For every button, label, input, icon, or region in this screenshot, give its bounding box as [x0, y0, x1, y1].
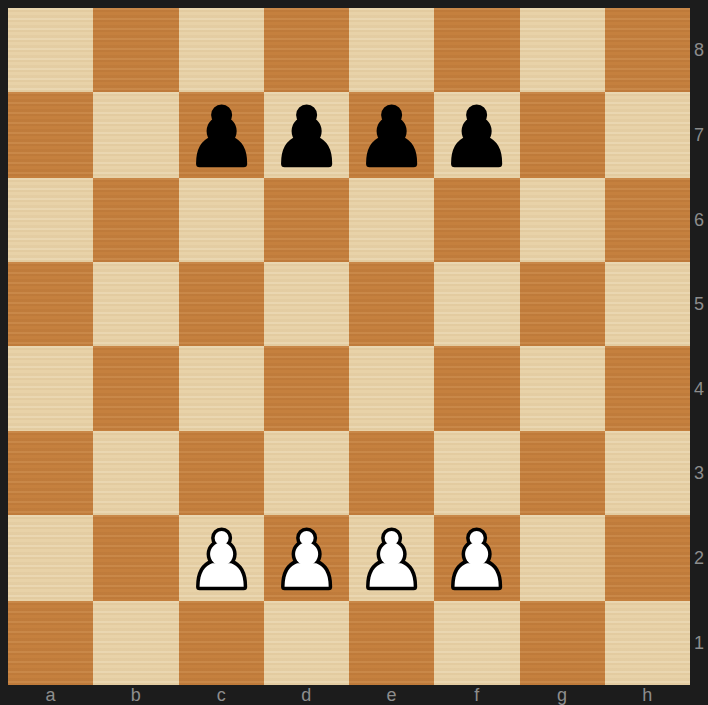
square-h1[interactable]: [605, 601, 690, 685]
square-a1[interactable]: [8, 601, 93, 685]
square-b7[interactable]: [93, 92, 178, 177]
square-h4[interactable]: [605, 346, 690, 430]
square-b2[interactable]: [93, 515, 178, 600]
file-label-a: a: [8, 685, 93, 705]
square-a3[interactable]: [8, 431, 93, 515]
square-h5[interactable]: [605, 262, 690, 346]
black-pawn[interactable]: [434, 92, 519, 177]
square-f2[interactable]: [434, 515, 519, 600]
square-e6[interactable]: [349, 178, 434, 262]
square-e7[interactable]: [349, 92, 434, 177]
square-e2[interactable]: [349, 515, 434, 600]
square-c5[interactable]: [179, 262, 264, 346]
chessboard: [8, 8, 690, 685]
square-d4[interactable]: [264, 346, 349, 430]
square-g1[interactable]: [520, 601, 605, 685]
square-e8[interactable]: [349, 8, 434, 92]
rank-label-1: 1: [690, 600, 708, 685]
file-coordinates: abcdefgh: [8, 685, 690, 705]
white-pawn[interactable]: [349, 515, 434, 600]
page-background: 87654321 abcdefgh: [0, 0, 708, 705]
square-h7[interactable]: [605, 92, 690, 177]
rank-label-7: 7: [690, 93, 708, 178]
square-g3[interactable]: [520, 431, 605, 515]
square-b4[interactable]: [93, 346, 178, 430]
square-g5[interactable]: [520, 262, 605, 346]
file-label-d: d: [264, 685, 349, 705]
square-a5[interactable]: [8, 262, 93, 346]
square-h3[interactable]: [605, 431, 690, 515]
square-g4[interactable]: [520, 346, 605, 430]
square-g2[interactable]: [520, 515, 605, 600]
square-e4[interactable]: [349, 346, 434, 430]
square-b8[interactable]: [93, 8, 178, 92]
black-pawn[interactable]: [179, 92, 264, 177]
square-h6[interactable]: [605, 178, 690, 262]
square-c4[interactable]: [179, 346, 264, 430]
file-label-h: h: [605, 685, 690, 705]
white-pawn[interactable]: [434, 515, 519, 600]
square-h2[interactable]: [605, 515, 690, 600]
black-pawn[interactable]: [264, 92, 349, 177]
square-d3[interactable]: [264, 431, 349, 515]
rank-label-6: 6: [690, 177, 708, 262]
square-d7[interactable]: [264, 92, 349, 177]
square-f4[interactable]: [434, 346, 519, 430]
file-label-c: c: [179, 685, 264, 705]
square-f6[interactable]: [434, 178, 519, 262]
rank-label-2: 2: [690, 516, 708, 601]
square-g6[interactable]: [520, 178, 605, 262]
rank-coordinates: 87654321: [690, 8, 708, 685]
square-f5[interactable]: [434, 262, 519, 346]
file-label-b: b: [93, 685, 178, 705]
file-label-e: e: [349, 685, 434, 705]
square-e1[interactable]: [349, 601, 434, 685]
square-c8[interactable]: [179, 8, 264, 92]
square-a7[interactable]: [8, 92, 93, 177]
square-e3[interactable]: [349, 431, 434, 515]
square-g7[interactable]: [520, 92, 605, 177]
square-f7[interactable]: [434, 92, 519, 177]
square-d1[interactable]: [264, 601, 349, 685]
square-h8[interactable]: [605, 8, 690, 92]
rank-label-3: 3: [690, 431, 708, 516]
square-g8[interactable]: [520, 8, 605, 92]
white-pawn[interactable]: [264, 515, 349, 600]
square-b1[interactable]: [93, 601, 178, 685]
square-c3[interactable]: [179, 431, 264, 515]
square-e5[interactable]: [349, 262, 434, 346]
square-d6[interactable]: [264, 178, 349, 262]
rank-label-4: 4: [690, 347, 708, 432]
file-label-g: g: [520, 685, 605, 705]
square-d5[interactable]: [264, 262, 349, 346]
rank-label-8: 8: [690, 8, 708, 93]
square-f3[interactable]: [434, 431, 519, 515]
square-c1[interactable]: [179, 601, 264, 685]
square-b3[interactable]: [93, 431, 178, 515]
square-c6[interactable]: [179, 178, 264, 262]
square-d2[interactable]: [264, 515, 349, 600]
file-label-f: f: [434, 685, 519, 705]
square-c2[interactable]: [179, 515, 264, 600]
square-d8[interactable]: [264, 8, 349, 92]
square-f8[interactable]: [434, 8, 519, 92]
square-b6[interactable]: [93, 178, 178, 262]
square-a2[interactable]: [8, 515, 93, 600]
square-a4[interactable]: [8, 346, 93, 430]
square-a8[interactable]: [8, 8, 93, 92]
white-pawn[interactable]: [179, 515, 264, 600]
square-b5[interactable]: [93, 262, 178, 346]
rank-label-5: 5: [690, 262, 708, 347]
square-f1[interactable]: [434, 601, 519, 685]
black-pawn[interactable]: [349, 92, 434, 177]
square-c7[interactable]: [179, 92, 264, 177]
square-a6[interactable]: [8, 178, 93, 262]
